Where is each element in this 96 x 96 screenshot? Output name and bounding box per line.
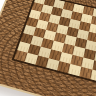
product-photo-background [0,0,96,96]
square-g1 [79,66,92,79]
square-d1 [46,58,59,70]
chessboard [0,0,96,96]
board-inlay-line [11,0,96,84]
board-grid [14,0,96,82]
